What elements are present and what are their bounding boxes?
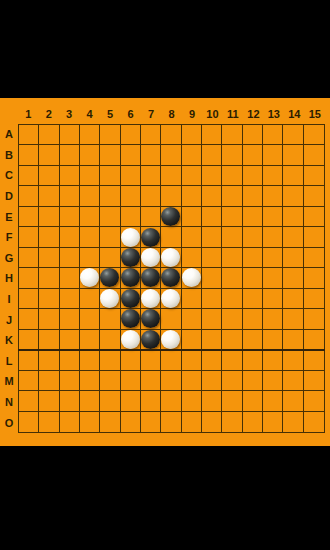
- cell-B2[interactable]: [39, 145, 59, 165]
- col-label-11: 11: [223, 107, 243, 122]
- white-stone-I7: [141, 289, 160, 308]
- black-stone-H5: [100, 268, 119, 287]
- cell-F4[interactable]: [80, 227, 100, 247]
- cell-M4[interactable]: [80, 371, 100, 391]
- cell-K13[interactable]: [263, 330, 283, 350]
- cell-O15[interactable]: [304, 412, 324, 432]
- cell-G7[interactable]: [141, 248, 161, 268]
- cell-C6[interactable]: [121, 166, 141, 186]
- white-stone-H9: [182, 268, 201, 287]
- cell-L3[interactable]: [60, 350, 80, 370]
- cell-J8[interactable]: [161, 309, 181, 329]
- cell-O2[interactable]: [39, 412, 59, 432]
- cell-C11[interactable]: [222, 166, 242, 186]
- cell-K1[interactable]: [19, 330, 39, 350]
- black-stone-E8: [161, 207, 180, 226]
- cell-B11[interactable]: [222, 145, 242, 165]
- cell-O12[interactable]: [243, 412, 263, 432]
- cell-D15[interactable]: [304, 186, 324, 206]
- cell-J3[interactable]: [60, 309, 80, 329]
- cell-E6[interactable]: [121, 207, 141, 227]
- white-stone-I5: [100, 289, 119, 308]
- cell-E10[interactable]: [202, 207, 222, 227]
- cell-J10[interactable]: [202, 309, 222, 329]
- col-label-13: 13: [264, 107, 284, 122]
- cell-O10[interactable]: [202, 412, 222, 432]
- white-stone-I8: [161, 289, 180, 308]
- row-label-F: F: [0, 227, 18, 248]
- cell-J15[interactable]: [304, 309, 324, 329]
- cell-K4[interactable]: [80, 330, 100, 350]
- cell-G1[interactable]: [19, 248, 39, 268]
- cell-F15[interactable]: [304, 227, 324, 247]
- cell-L8[interactable]: [161, 350, 181, 370]
- cell-O11[interactable]: [222, 412, 242, 432]
- cell-J5[interactable]: [100, 309, 120, 329]
- cell-F9[interactable]: [182, 227, 202, 247]
- cell-J6[interactable]: [121, 309, 141, 329]
- cell-H9[interactable]: [182, 268, 202, 288]
- cell-E9[interactable]: [182, 207, 202, 227]
- cell-N10[interactable]: [202, 391, 222, 411]
- cell-F13[interactable]: [263, 227, 283, 247]
- cell-D3[interactable]: [60, 186, 80, 206]
- cell-C1[interactable]: [19, 166, 39, 186]
- cell-H12[interactable]: [243, 268, 263, 288]
- row-label-I: I: [0, 289, 18, 310]
- cell-M13[interactable]: [263, 371, 283, 391]
- cell-A6[interactable]: [121, 125, 141, 145]
- cell-M15[interactable]: [304, 371, 324, 391]
- cell-D9[interactable]: [182, 186, 202, 206]
- cell-N7[interactable]: [141, 391, 161, 411]
- cell-N14[interactable]: [283, 391, 303, 411]
- row-label-M: M: [0, 371, 18, 392]
- cell-A4[interactable]: [80, 125, 100, 145]
- black-stone-H6: [121, 268, 140, 287]
- row-label-J: J: [0, 309, 18, 330]
- cell-L14[interactable]: [283, 350, 303, 370]
- cell-I9[interactable]: [182, 289, 202, 309]
- cell-E4[interactable]: [80, 207, 100, 227]
- col-label-5: 5: [100, 107, 120, 122]
- cell-M1[interactable]: [19, 371, 39, 391]
- cell-I13[interactable]: [263, 289, 283, 309]
- cell-F2[interactable]: [39, 227, 59, 247]
- cell-G6[interactable]: [121, 248, 141, 268]
- cell-G8[interactable]: [161, 248, 181, 268]
- cell-G5[interactable]: [100, 248, 120, 268]
- cell-I12[interactable]: [243, 289, 263, 309]
- cell-O9[interactable]: [182, 412, 202, 432]
- board-grid: [18, 124, 325, 433]
- col-label-2: 2: [38, 107, 58, 122]
- cell-D11[interactable]: [222, 186, 242, 206]
- cell-A12[interactable]: [243, 125, 263, 145]
- cell-G4[interactable]: [80, 248, 100, 268]
- cell-E8[interactable]: [161, 207, 181, 227]
- cell-A10[interactable]: [202, 125, 222, 145]
- cell-B12[interactable]: [243, 145, 263, 165]
- cell-H6[interactable]: [121, 268, 141, 288]
- row-labels: ABCDEFGHIJKLMNO: [0, 124, 18, 433]
- cell-I8[interactable]: [161, 289, 181, 309]
- cell-J13[interactable]: [263, 309, 283, 329]
- black-stone-I6: [121, 289, 140, 308]
- cell-D13[interactable]: [263, 186, 283, 206]
- cell-H14[interactable]: [283, 268, 303, 288]
- col-label-10: 10: [202, 107, 222, 122]
- cell-N1[interactable]: [19, 391, 39, 411]
- cell-A14[interactable]: [283, 125, 303, 145]
- cell-L2[interactable]: [39, 350, 59, 370]
- row-label-L: L: [0, 351, 18, 372]
- cell-A5[interactable]: [100, 125, 120, 145]
- cell-K15[interactable]: [304, 330, 324, 350]
- cell-N3[interactable]: [60, 391, 80, 411]
- cell-I7[interactable]: [141, 289, 161, 309]
- cell-F14[interactable]: [283, 227, 303, 247]
- black-stone-J7: [141, 309, 160, 328]
- cell-M7[interactable]: [141, 371, 161, 391]
- cell-N9[interactable]: [182, 391, 202, 411]
- col-label-6: 6: [120, 107, 140, 122]
- cell-D6[interactable]: [121, 186, 141, 206]
- cell-J14[interactable]: [283, 309, 303, 329]
- cell-B6[interactable]: [121, 145, 141, 165]
- cell-L5[interactable]: [100, 350, 120, 370]
- row-label-A: A: [0, 124, 18, 145]
- cell-K5[interactable]: [100, 330, 120, 350]
- black-stone-J6: [121, 309, 140, 328]
- cell-J4[interactable]: [80, 309, 100, 329]
- cell-M9[interactable]: [182, 371, 202, 391]
- cell-K10[interactable]: [202, 330, 222, 350]
- cell-G10[interactable]: [202, 248, 222, 268]
- cell-M3[interactable]: [60, 371, 80, 391]
- cell-F6[interactable]: [121, 227, 141, 247]
- cell-A3[interactable]: [60, 125, 80, 145]
- cell-O4[interactable]: [80, 412, 100, 432]
- black-stone-H7: [141, 268, 160, 287]
- col-label-15: 15: [305, 107, 325, 122]
- white-stone-G7: [141, 248, 160, 267]
- cell-C4[interactable]: [80, 166, 100, 186]
- cell-A15[interactable]: [304, 125, 324, 145]
- cell-I15[interactable]: [304, 289, 324, 309]
- gomoku-board: 123456789101112131415 ABCDEFGHIJKLMNO: [0, 98, 330, 446]
- cell-E11[interactable]: [222, 207, 242, 227]
- cell-M10[interactable]: [202, 371, 222, 391]
- cell-N11[interactable]: [222, 391, 242, 411]
- cell-F1[interactable]: [19, 227, 39, 247]
- cell-J1[interactable]: [19, 309, 39, 329]
- cell-F8[interactable]: [161, 227, 181, 247]
- cell-I10[interactable]: [202, 289, 222, 309]
- cell-C2[interactable]: [39, 166, 59, 186]
- col-label-3: 3: [59, 107, 79, 122]
- black-stone-K7: [141, 330, 160, 349]
- cell-C12[interactable]: [243, 166, 263, 186]
- cell-A2[interactable]: [39, 125, 59, 145]
- cell-C13[interactable]: [263, 166, 283, 186]
- cell-N8[interactable]: [161, 391, 181, 411]
- cell-F5[interactable]: [100, 227, 120, 247]
- cell-A9[interactable]: [182, 125, 202, 145]
- cell-N2[interactable]: [39, 391, 59, 411]
- cell-E1[interactable]: [19, 207, 39, 227]
- cell-L10[interactable]: [202, 350, 222, 370]
- cell-F3[interactable]: [60, 227, 80, 247]
- cell-F7[interactable]: [141, 227, 161, 247]
- cell-H11[interactable]: [222, 268, 242, 288]
- cell-I4[interactable]: [80, 289, 100, 309]
- cell-L12[interactable]: [243, 350, 263, 370]
- row-label-N: N: [0, 392, 18, 413]
- cell-D8[interactable]: [161, 186, 181, 206]
- cell-C9[interactable]: [182, 166, 202, 186]
- cell-O14[interactable]: [283, 412, 303, 432]
- cell-I3[interactable]: [60, 289, 80, 309]
- cell-N6[interactable]: [121, 391, 141, 411]
- cell-C7[interactable]: [141, 166, 161, 186]
- cell-N12[interactable]: [243, 391, 263, 411]
- cell-H1[interactable]: [19, 268, 39, 288]
- col-label-7: 7: [141, 107, 161, 122]
- cell-B4[interactable]: [80, 145, 100, 165]
- cell-D12[interactable]: [243, 186, 263, 206]
- white-stone-K6: [121, 330, 140, 349]
- cell-A8[interactable]: [161, 125, 181, 145]
- row-label-D: D: [0, 186, 18, 207]
- cell-J9[interactable]: [182, 309, 202, 329]
- cell-G3[interactable]: [60, 248, 80, 268]
- cell-E7[interactable]: [141, 207, 161, 227]
- row-label-O: O: [0, 412, 18, 433]
- cell-K3[interactable]: [60, 330, 80, 350]
- cell-C15[interactable]: [304, 166, 324, 186]
- cell-K12[interactable]: [243, 330, 263, 350]
- cell-B8[interactable]: [161, 145, 181, 165]
- white-stone-G8: [161, 248, 180, 267]
- cell-K14[interactable]: [283, 330, 303, 350]
- cell-O8[interactable]: [161, 412, 181, 432]
- cell-H2[interactable]: [39, 268, 59, 288]
- cell-K11[interactable]: [222, 330, 242, 350]
- col-label-9: 9: [182, 107, 202, 122]
- cell-O5[interactable]: [100, 412, 120, 432]
- cell-B9[interactable]: [182, 145, 202, 165]
- cell-D7[interactable]: [141, 186, 161, 206]
- cell-C14[interactable]: [283, 166, 303, 186]
- cell-H5[interactable]: [100, 268, 120, 288]
- cell-C8[interactable]: [161, 166, 181, 186]
- cell-H8[interactable]: [161, 268, 181, 288]
- cell-O13[interactable]: [263, 412, 283, 432]
- cell-O6[interactable]: [121, 412, 141, 432]
- cell-H7[interactable]: [141, 268, 161, 288]
- cell-H4[interactable]: [80, 268, 100, 288]
- cell-K2[interactable]: [39, 330, 59, 350]
- cell-M11[interactable]: [222, 371, 242, 391]
- cell-L1[interactable]: [19, 350, 39, 370]
- cell-D1[interactable]: [19, 186, 39, 206]
- cell-J7[interactable]: [141, 309, 161, 329]
- cell-L13[interactable]: [263, 350, 283, 370]
- cell-N15[interactable]: [304, 391, 324, 411]
- cell-G11[interactable]: [222, 248, 242, 268]
- row-label-G: G: [0, 248, 18, 269]
- cell-G2[interactable]: [39, 248, 59, 268]
- cell-J2[interactable]: [39, 309, 59, 329]
- cell-M12[interactable]: [243, 371, 263, 391]
- cell-E5[interactable]: [100, 207, 120, 227]
- cell-G9[interactable]: [182, 248, 202, 268]
- row-label-C: C: [0, 165, 18, 186]
- col-label-1: 1: [18, 107, 38, 122]
- cell-B5[interactable]: [100, 145, 120, 165]
- cell-H3[interactable]: [60, 268, 80, 288]
- cell-D5[interactable]: [100, 186, 120, 206]
- cell-K6[interactable]: [121, 330, 141, 350]
- cell-O3[interactable]: [60, 412, 80, 432]
- cell-B14[interactable]: [283, 145, 303, 165]
- cell-E12[interactable]: [243, 207, 263, 227]
- cell-E15[interactable]: [304, 207, 324, 227]
- cell-L11[interactable]: [222, 350, 242, 370]
- cell-G12[interactable]: [243, 248, 263, 268]
- cell-M8[interactable]: [161, 371, 181, 391]
- row-label-K: K: [0, 330, 18, 351]
- col-label-4: 4: [79, 107, 99, 122]
- black-stone-F7: [141, 228, 160, 247]
- cell-B15[interactable]: [304, 145, 324, 165]
- cell-F11[interactable]: [222, 227, 242, 247]
- cell-B3[interactable]: [60, 145, 80, 165]
- black-stone-H8: [161, 268, 180, 287]
- cell-G14[interactable]: [283, 248, 303, 268]
- cell-E2[interactable]: [39, 207, 59, 227]
- white-stone-K8: [161, 330, 180, 349]
- cell-N13[interactable]: [263, 391, 283, 411]
- cell-C3[interactable]: [60, 166, 80, 186]
- cell-A1[interactable]: [19, 125, 39, 145]
- cell-I6[interactable]: [121, 289, 141, 309]
- cell-D2[interactable]: [39, 186, 59, 206]
- cell-M14[interactable]: [283, 371, 303, 391]
- cell-E3[interactable]: [60, 207, 80, 227]
- cell-A7[interactable]: [141, 125, 161, 145]
- cell-G13[interactable]: [263, 248, 283, 268]
- row-label-B: B: [0, 145, 18, 166]
- cell-I11[interactable]: [222, 289, 242, 309]
- row-label-H: H: [0, 268, 18, 289]
- cell-D4[interactable]: [80, 186, 100, 206]
- cell-D14[interactable]: [283, 186, 303, 206]
- cell-K8[interactable]: [161, 330, 181, 350]
- cell-D10[interactable]: [202, 186, 222, 206]
- cell-E13[interactable]: [263, 207, 283, 227]
- cell-H13[interactable]: [263, 268, 283, 288]
- col-label-8: 8: [161, 107, 181, 122]
- cell-M6[interactable]: [121, 371, 141, 391]
- cell-N4[interactable]: [80, 391, 100, 411]
- cell-M5[interactable]: [100, 371, 120, 391]
- cell-C10[interactable]: [202, 166, 222, 186]
- cell-O1[interactable]: [19, 412, 39, 432]
- cell-I1[interactable]: [19, 289, 39, 309]
- black-stone-G6: [121, 248, 140, 267]
- thick-grid-line: [18, 349, 325, 351]
- cell-H15[interactable]: [304, 268, 324, 288]
- cell-F12[interactable]: [243, 227, 263, 247]
- white-stone-F6: [121, 228, 140, 247]
- cell-J11[interactable]: [222, 309, 242, 329]
- col-label-12: 12: [243, 107, 263, 122]
- row-label-E: E: [0, 206, 18, 227]
- cell-B13[interactable]: [263, 145, 283, 165]
- cell-B1[interactable]: [19, 145, 39, 165]
- cell-K9[interactable]: [182, 330, 202, 350]
- cell-I2[interactable]: [39, 289, 59, 309]
- cell-M2[interactable]: [39, 371, 59, 391]
- white-stone-H4: [80, 268, 99, 287]
- cell-C5[interactable]: [100, 166, 120, 186]
- cell-I14[interactable]: [283, 289, 303, 309]
- col-label-14: 14: [284, 107, 304, 122]
- cell-A13[interactable]: [263, 125, 283, 145]
- cell-E14[interactable]: [283, 207, 303, 227]
- cell-L7[interactable]: [141, 350, 161, 370]
- cell-K7[interactable]: [141, 330, 161, 350]
- cell-F10[interactable]: [202, 227, 222, 247]
- column-labels: 123456789101112131415: [18, 107, 325, 122]
- cell-L6[interactable]: [121, 350, 141, 370]
- cell-A11[interactable]: [222, 125, 242, 145]
- cell-L4[interactable]: [80, 350, 100, 370]
- cell-I5[interactable]: [100, 289, 120, 309]
- cell-O7[interactable]: [141, 412, 161, 432]
- cell-L9[interactable]: [182, 350, 202, 370]
- cell-J12[interactable]: [243, 309, 263, 329]
- cell-G15[interactable]: [304, 248, 324, 268]
- cell-B10[interactable]: [202, 145, 222, 165]
- cell-L15[interactable]: [304, 350, 324, 370]
- cell-H10[interactable]: [202, 268, 222, 288]
- cell-N5[interactable]: [100, 391, 120, 411]
- cell-B7[interactable]: [141, 145, 161, 165]
